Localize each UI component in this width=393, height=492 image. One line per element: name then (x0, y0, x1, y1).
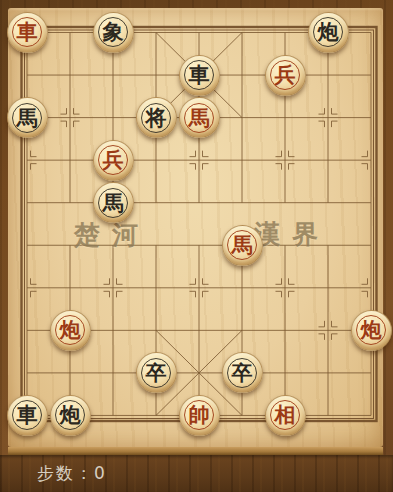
intersection-f8-r1[interactable]: 炮 (307, 11, 350, 54)
piece-red-cannon-2[interactable]: 炮 (351, 310, 392, 351)
piece-glyph-red-horse-2: 馬 (223, 226, 262, 265)
piece-black-elephant-1[interactable]: 象 (93, 12, 134, 53)
intersection-f5-r2[interactable]: 車 (178, 54, 221, 97)
intersection-f1-r1[interactable]: 車 (6, 11, 49, 54)
intersection-f5-r10[interactable]: 帥 (178, 394, 221, 437)
status-bar: 步数：0 (0, 455, 393, 492)
piece-glyph-black-chariot-2: 車 (8, 396, 47, 435)
intersection-f7-r10[interactable]: 相 (264, 394, 307, 437)
piece-glyph-black-chariot-1: 車 (180, 56, 219, 95)
piece-glyph-black-soldier-1: 卒 (137, 353, 176, 392)
piece-black-horse-1[interactable]: 馬 (7, 97, 48, 138)
intersection-f2-r8[interactable]: 炮 (49, 309, 92, 352)
piece-black-cannon-1[interactable]: 炮 (308, 12, 349, 53)
board-intersections[interactable]: 車象炮車兵馬将馬兵馬馬炮炮卒卒車炮帥相 (6, 11, 393, 436)
piece-glyph-black-soldier-2: 卒 (223, 353, 262, 392)
piece-black-horse-2[interactable]: 馬 (93, 182, 134, 223)
intersection-f5-r3[interactable]: 馬 (178, 96, 221, 139)
piece-black-general[interactable]: 将 (136, 97, 177, 138)
piece-red-horse-1[interactable]: 馬 (179, 97, 220, 138)
piece-red-chariot-1[interactable]: 車 (7, 12, 48, 53)
piece-black-chariot-2[interactable]: 車 (7, 395, 48, 436)
piece-black-chariot-1[interactable]: 車 (179, 55, 220, 96)
piece-black-soldier-2[interactable]: 卒 (222, 352, 263, 393)
intersection-f1-r10[interactable]: 車 (6, 394, 49, 437)
intersection-f1-r3[interactable]: 馬 (6, 96, 49, 139)
intersection-f7-r2[interactable]: 兵 (264, 54, 307, 97)
piece-glyph-black-general: 将 (137, 98, 176, 137)
intersection-f3-r4[interactable]: 兵 (92, 139, 135, 182)
intersection-f3-r1[interactable]: 象 (92, 11, 135, 54)
move-counter: 步数：0 (37, 455, 107, 492)
piece-glyph-red-elephant-1: 相 (266, 396, 305, 435)
piece-glyph-black-cannon-1: 炮 (309, 13, 348, 52)
intersection-f3-r5[interactable]: 馬 (92, 181, 135, 224)
piece-red-soldier-1[interactable]: 兵 (265, 55, 306, 96)
piece-red-horse-2[interactable]: 馬 (222, 225, 263, 266)
piece-glyph-black-elephant-1: 象 (94, 13, 133, 52)
piece-glyph-black-horse-2: 馬 (94, 183, 133, 222)
piece-glyph-red-cannon-2: 炮 (352, 311, 391, 350)
piece-glyph-red-general: 帥 (180, 396, 219, 435)
xiangqi-app: 楚河 漢界 車象炮車兵馬将馬兵馬馬炮炮卒卒車炮帥相 步数：0 (0, 0, 393, 492)
intersection-f4-r9[interactable]: 卒 (135, 352, 178, 395)
intersection-f6-r6[interactable]: 馬 (221, 224, 264, 267)
piece-glyph-black-cannon-2: 炮 (51, 396, 90, 435)
intersection-f4-r3[interactable]: 将 (135, 96, 178, 139)
piece-glyph-black-horse-1: 馬 (8, 98, 47, 137)
piece-red-elephant-1[interactable]: 相 (265, 395, 306, 436)
intersection-f2-r10[interactable]: 炮 (49, 394, 92, 437)
piece-glyph-red-cannon-1: 炮 (51, 311, 90, 350)
piece-black-cannon-2[interactable]: 炮 (50, 395, 91, 436)
piece-glyph-red-chariot-1: 車 (8, 13, 47, 52)
piece-red-cannon-1[interactable]: 炮 (50, 310, 91, 351)
intersection-f6-r9[interactable]: 卒 (221, 352, 264, 395)
piece-red-general[interactable]: 帥 (179, 395, 220, 436)
piece-red-soldier-2[interactable]: 兵 (93, 140, 134, 181)
intersection-f9-r8[interactable]: 炮 (350, 309, 393, 352)
piece-glyph-red-horse-1: 馬 (180, 98, 219, 137)
piece-glyph-red-soldier-1: 兵 (266, 56, 305, 95)
piece-glyph-red-soldier-2: 兵 (94, 141, 133, 180)
piece-black-soldier-1[interactable]: 卒 (136, 352, 177, 393)
